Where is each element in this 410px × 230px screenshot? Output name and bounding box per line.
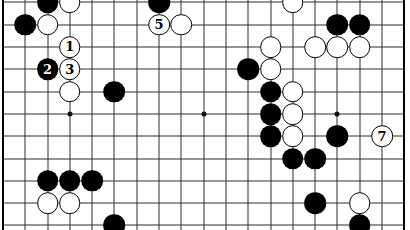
board-intersection (103, 125, 125, 147)
board-intersection (126, 147, 148, 169)
board-intersection (393, 147, 410, 169)
board-intersection (326, 170, 348, 192)
board-intersection (170, 170, 192, 192)
move-number-label: 2 (43, 62, 52, 75)
white-stone (304, 36, 326, 58)
board-intersection (14, 147, 36, 169)
board-intersection (393, 192, 410, 214)
black-stone (304, 192, 326, 214)
board-intersection (148, 214, 170, 230)
white-stone (59, 192, 81, 214)
board-intersection (349, 0, 371, 14)
board-intersection (170, 58, 192, 80)
board-intersection (371, 147, 393, 169)
board-intersection (371, 81, 393, 103)
board-intersection (349, 170, 371, 192)
board-intersection (349, 125, 371, 147)
board-intersection (282, 125, 304, 147)
board-intersection (126, 125, 148, 147)
board-intersection (237, 170, 259, 192)
board-intersection (304, 14, 326, 36)
board-intersection (259, 214, 281, 230)
board-intersection (103, 214, 125, 230)
go-board-diagram: 51237 (0, 0, 410, 230)
board-intersection (326, 214, 348, 230)
board-intersection (282, 36, 304, 58)
board-intersection (215, 81, 237, 103)
board-intersection (36, 147, 58, 169)
board-intersection (0, 36, 14, 58)
board-intersection (59, 147, 81, 169)
board-intersection (326, 14, 348, 36)
board-intersection (192, 125, 214, 147)
board-intersection (215, 192, 237, 214)
board-intersection (170, 14, 192, 36)
black-stone (37, 0, 59, 13)
board-intersection (0, 58, 14, 80)
board-intersection (259, 36, 281, 58)
board-intersection (282, 192, 304, 214)
board-intersection (14, 81, 36, 103)
board-intersection (103, 192, 125, 214)
board-intersection (304, 214, 326, 230)
board-intersection (59, 192, 81, 214)
white-stone (327, 36, 349, 58)
board-intersection (126, 103, 148, 125)
board-intersection (371, 170, 393, 192)
white-stone: 7 (371, 125, 393, 147)
black-stone (37, 170, 59, 192)
board-intersection (36, 214, 58, 230)
white-stone (37, 14, 59, 36)
board-intersection (148, 125, 170, 147)
black-stone (104, 81, 126, 103)
board-intersection (282, 103, 304, 125)
board-intersection (36, 14, 58, 36)
white-stone: 3 (59, 59, 81, 81)
board-intersection (59, 170, 81, 192)
board-intersection (215, 125, 237, 147)
move-number-label: 1 (65, 40, 74, 53)
board-intersection (148, 192, 170, 214)
board-intersection (215, 36, 237, 58)
board-intersection (148, 58, 170, 80)
black-stone (349, 215, 371, 230)
board-intersection (148, 170, 170, 192)
board-intersection (349, 214, 371, 230)
board-intersection (14, 0, 36, 14)
board-intersection (326, 36, 348, 58)
board-intersection (103, 58, 125, 80)
board-intersection (304, 192, 326, 214)
board-intersection (371, 192, 393, 214)
black-stone (282, 148, 304, 170)
board-intersection (304, 147, 326, 169)
board-intersection: 3 (59, 58, 81, 80)
board-intersection (126, 36, 148, 58)
board-intersection (393, 0, 410, 14)
board-intersection (14, 58, 36, 80)
star-point (335, 111, 340, 116)
board-intersection (326, 0, 348, 14)
board-intersection (371, 0, 393, 14)
board-intersection (393, 58, 410, 80)
board-intersection (192, 81, 214, 103)
black-stone (349, 14, 371, 36)
board-intersection (36, 125, 58, 147)
board-intersection (170, 36, 192, 58)
board-intersection (0, 81, 14, 103)
board-intersection (237, 192, 259, 214)
board-intersection (237, 14, 259, 36)
board-intersection (59, 214, 81, 230)
board-intersection (170, 192, 192, 214)
black-stone (260, 81, 282, 103)
board-intersection (304, 58, 326, 80)
board-intersection (126, 14, 148, 36)
board-intersection (304, 103, 326, 125)
white-stone (171, 14, 193, 36)
board-intersection (282, 147, 304, 169)
move-number-label: 5 (155, 18, 164, 31)
board-intersection (81, 36, 103, 58)
board-intersection (349, 14, 371, 36)
board-intersection (393, 125, 410, 147)
white-stone (349, 192, 371, 214)
board-intersection (192, 36, 214, 58)
board-intersection (192, 58, 214, 80)
white-stone (37, 192, 59, 214)
board-intersection (170, 214, 192, 230)
board-intersection (81, 103, 103, 125)
board-intersection (126, 58, 148, 80)
board-intersection (59, 125, 81, 147)
board-intersection (14, 192, 36, 214)
board-intersection (81, 0, 103, 14)
star-point (67, 111, 72, 116)
board-intersection (237, 0, 259, 14)
board-intersection (393, 170, 410, 192)
board-intersection (304, 0, 326, 14)
board-intersection (0, 170, 14, 192)
board-intersection (326, 103, 348, 125)
black-stone (237, 59, 259, 81)
board-intersection (192, 170, 214, 192)
board-intersection (81, 81, 103, 103)
board-intersection (192, 103, 214, 125)
board-intersection (326, 192, 348, 214)
board-intersection (349, 81, 371, 103)
board-intersection (0, 192, 14, 214)
board-intersection: 7 (371, 125, 393, 147)
board-intersection (215, 0, 237, 14)
white-stone (59, 81, 81, 103)
board-intersection (81, 170, 103, 192)
board-intersection (259, 125, 281, 147)
board-intersection (237, 125, 259, 147)
board-intersection (282, 170, 304, 192)
board-intersection (148, 103, 170, 125)
board-intersection (259, 170, 281, 192)
board-intersection (237, 58, 259, 80)
white-stone: 1 (59, 36, 81, 58)
board-intersection (126, 192, 148, 214)
board-intersection (393, 36, 410, 58)
board-intersection (215, 170, 237, 192)
board-intersection (326, 58, 348, 80)
board-intersection (36, 36, 58, 58)
board-intersection (282, 58, 304, 80)
board-intersection (103, 36, 125, 58)
board-intersection (59, 81, 81, 103)
board-intersection (259, 147, 281, 169)
board-intersection (14, 214, 36, 230)
board-intersection (0, 147, 14, 169)
board-intersection (103, 170, 125, 192)
board-intersection (148, 147, 170, 169)
black-stone (260, 125, 282, 147)
board-intersection (170, 103, 192, 125)
board-intersection (237, 103, 259, 125)
board-intersection (215, 147, 237, 169)
board-intersection (349, 58, 371, 80)
board-intersection (126, 214, 148, 230)
board-intersection (349, 36, 371, 58)
board-intersection (103, 0, 125, 14)
black-stone: 2 (37, 59, 59, 81)
board-intersection (81, 14, 103, 36)
board-intersection (170, 147, 192, 169)
board-intersection (215, 103, 237, 125)
board-intersection (282, 14, 304, 36)
board-intersection (259, 0, 281, 14)
board-intersection (0, 103, 14, 125)
board-intersection (259, 81, 281, 103)
board-intersection (393, 103, 410, 125)
board-intersection (36, 0, 58, 14)
board-intersection (148, 36, 170, 58)
board-intersection (237, 147, 259, 169)
board-intersection (148, 0, 170, 14)
board-intersection (304, 36, 326, 58)
board-intersection (259, 58, 281, 80)
board-intersection (393, 81, 410, 103)
board-intersection (103, 147, 125, 169)
board-intersection (215, 214, 237, 230)
board-intersection (81, 125, 103, 147)
board-intersection (349, 147, 371, 169)
board-intersection (170, 125, 192, 147)
board-intersection (0, 125, 14, 147)
board-intersection: 5 (148, 14, 170, 36)
white-stone (282, 125, 304, 147)
move-number-label: 3 (65, 62, 74, 75)
board-intersection (103, 14, 125, 36)
white-stone (260, 36, 282, 58)
board-intersection (393, 214, 410, 230)
board-intersection (259, 14, 281, 36)
white-stone (260, 59, 282, 81)
board-intersection (59, 0, 81, 14)
board-intersection (215, 14, 237, 36)
board-intersection (81, 214, 103, 230)
board-intersection (259, 192, 281, 214)
board-intersection (126, 170, 148, 192)
board-intersection (126, 0, 148, 14)
board-intersection (371, 14, 393, 36)
board-intersection (14, 36, 36, 58)
board-intersection (170, 0, 192, 14)
board-intersection (14, 14, 36, 36)
black-stone (327, 125, 349, 147)
white-stone (349, 36, 371, 58)
board-intersection (282, 0, 304, 14)
board-intersection (14, 103, 36, 125)
move-number-label: 7 (377, 129, 386, 142)
board-intersection (0, 214, 14, 230)
board-intersection (59, 103, 81, 125)
board-intersection (36, 81, 58, 103)
board-intersection (103, 103, 125, 125)
board-intersection (304, 170, 326, 192)
board-intersection (237, 81, 259, 103)
board-intersection (14, 170, 36, 192)
board-intersection (81, 58, 103, 80)
board-intersection (304, 125, 326, 147)
white-stone (282, 103, 304, 125)
black-stone (260, 103, 282, 125)
white-stone (282, 81, 304, 103)
board-intersection: 1 (59, 36, 81, 58)
board-intersection (103, 81, 125, 103)
board-intersection (148, 81, 170, 103)
board-intersection (237, 214, 259, 230)
black-stone (59, 170, 81, 192)
board-intersection (36, 192, 58, 214)
board-intersection (192, 147, 214, 169)
board-intersection (237, 36, 259, 58)
board-intersection (81, 192, 103, 214)
board-intersection (14, 125, 36, 147)
board-intersection (304, 81, 326, 103)
board-intersection (59, 14, 81, 36)
white-stone (282, 0, 304, 13)
board-intersection (371, 36, 393, 58)
board-intersection (393, 14, 410, 36)
board-intersection (282, 81, 304, 103)
go-board-grid: 51237 (0, 0, 410, 230)
black-stone (148, 0, 170, 13)
white-stone (59, 0, 81, 13)
board-intersection (192, 192, 214, 214)
board-intersection (192, 214, 214, 230)
black-stone (304, 148, 326, 170)
black-stone (327, 14, 349, 36)
board-intersection (81, 147, 103, 169)
board-intersection (192, 0, 214, 14)
board-intersection (0, 0, 14, 14)
board-intersection (349, 192, 371, 214)
board-intersection (170, 81, 192, 103)
board-intersection (326, 125, 348, 147)
board-intersection (259, 103, 281, 125)
board-intersection (192, 14, 214, 36)
board-intersection (349, 103, 371, 125)
board-intersection (36, 170, 58, 192)
board-intersection (0, 14, 14, 36)
black-stone (81, 170, 103, 192)
board-intersection (326, 81, 348, 103)
board-intersection: 2 (36, 58, 58, 80)
star-point (201, 111, 206, 116)
board-intersection (126, 81, 148, 103)
board-intersection (371, 214, 393, 230)
board-intersection (326, 147, 348, 169)
board-intersection (371, 103, 393, 125)
board-intersection (371, 58, 393, 80)
board-intersection (215, 58, 237, 80)
white-stone: 5 (148, 14, 170, 36)
board-intersection (36, 103, 58, 125)
board-intersection (282, 214, 304, 230)
black-stone (14, 14, 36, 36)
black-stone (104, 215, 126, 230)
